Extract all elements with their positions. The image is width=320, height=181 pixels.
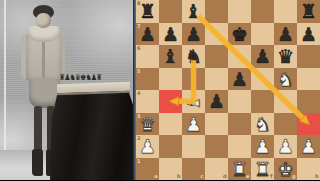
square-a4[interactable]: 4 <box>136 90 159 113</box>
boy-left-stocking <box>34 106 42 151</box>
coord-rank-2: 2 <box>137 136 140 141</box>
black-rook[interactable]: ♜ <box>300 0 317 22</box>
white-pawn[interactable]: ♟ <box>139 135 156 157</box>
square-f7[interactable] <box>251 23 274 46</box>
black-king[interactable]: ♚ <box>231 23 248 45</box>
square-d6[interactable] <box>205 45 228 68</box>
square-d5[interactable] <box>205 68 228 91</box>
square-g8[interactable] <box>274 0 297 23</box>
coord-rank-4: 4 <box>137 91 140 96</box>
square-g2[interactable]: ♟ <box>274 135 297 158</box>
square-d8[interactable] <box>205 0 228 23</box>
table-cloth-drape <box>50 88 136 180</box>
square-a1[interactable]: 1a <box>136 158 159 181</box>
square-g5[interactable]: ♞ <box>274 68 297 91</box>
black-bishop[interactable]: ♝ <box>162 45 179 67</box>
square-a7[interactable]: 7♟ <box>136 23 159 46</box>
black-queen[interactable]: ♛ <box>277 45 294 67</box>
square-e6[interactable] <box>228 45 251 68</box>
vintage-photo-panel: ♜♟♞♛♚♞♟♜ <box>0 0 136 180</box>
coord-rank-5: 5 <box>137 69 140 74</box>
square-a5[interactable]: 5 <box>136 68 159 91</box>
square-b3[interactable] <box>159 113 182 136</box>
square-c6[interactable]: ♞ <box>182 45 205 68</box>
square-b8[interactable] <box>159 0 182 23</box>
white-pawn[interactable]: ♟ <box>254 135 271 157</box>
black-pawn[interactable]: ♟ <box>208 90 225 112</box>
coord-rank-1: 1 <box>137 159 140 164</box>
square-d4[interactable]: ♟ <box>205 90 228 113</box>
square-b2[interactable] <box>159 135 182 158</box>
coord-file-f: f <box>270 174 272 179</box>
black-pawn[interactable]: ♟ <box>300 23 317 45</box>
square-h3[interactable] <box>297 113 320 136</box>
square-b5[interactable] <box>159 68 182 91</box>
square-d1[interactable]: d <box>205 158 228 181</box>
square-e5[interactable]: ♟ <box>228 68 251 91</box>
black-pawn[interactable]: ♟ <box>162 23 179 45</box>
square-e2[interactable] <box>228 135 251 158</box>
square-a8[interactable]: 8♜ <box>136 0 159 23</box>
square-a3[interactable]: 3♛ <box>136 113 159 136</box>
coord-file-a: a <box>154 174 157 179</box>
coord-rank-3: 3 <box>137 114 140 119</box>
black-pawn[interactable]: ♟ <box>139 23 156 45</box>
square-h6[interactable] <box>297 45 320 68</box>
square-g6[interactable]: ♛ <box>274 45 297 68</box>
square-g4[interactable] <box>274 90 297 113</box>
square-f3[interactable]: ♞ <box>251 113 274 136</box>
square-e1[interactable]: e♜ <box>228 158 251 181</box>
boy-face <box>36 13 51 28</box>
coord-file-c: c <box>201 174 204 179</box>
square-f4[interactable] <box>251 90 274 113</box>
black-pawn[interactable]: ♟ <box>231 68 248 90</box>
boy-sailor-collar <box>27 26 60 42</box>
white-pawn[interactable]: ♟ <box>277 135 294 157</box>
boy-left-boot <box>32 149 43 176</box>
square-e8[interactable] <box>228 0 251 23</box>
square-h7[interactable]: ♟ <box>297 23 320 46</box>
square-d3[interactable] <box>205 113 228 136</box>
square-g3[interactable] <box>274 113 297 136</box>
square-g7[interactable]: ♟ <box>274 23 297 46</box>
square-f8[interactable] <box>251 0 274 23</box>
thumbnail: ♜♟♞♛♚♞♟♜ 8♜♝♜7♟♟♟♚♟♟6♝♞♟♛5♟♞4♝♟3♛♟♞2♟♟♟♟… <box>0 0 320 180</box>
coord-file-e: e <box>246 174 249 179</box>
square-e4[interactable] <box>228 90 251 113</box>
square-h1[interactable]: h <box>297 158 320 181</box>
coord-rank-7: 7 <box>137 24 140 29</box>
black-bishop[interactable]: ♝ <box>185 0 202 22</box>
white-pawn[interactable]: ♟ <box>185 113 202 135</box>
square-c5[interactable] <box>182 68 205 91</box>
square-c1[interactable]: c <box>182 158 205 181</box>
square-e7[interactable]: ♚ <box>228 23 251 46</box>
square-a6[interactable]: 6 <box>136 45 159 68</box>
coord-file-b: b <box>177 174 181 179</box>
square-c8[interactable]: ♝ <box>182 0 205 23</box>
square-c4[interactable]: ♝ <box>182 90 205 113</box>
square-b4[interactable] <box>159 90 182 113</box>
square-h8[interactable]: ♜ <box>297 0 320 23</box>
square-c7[interactable]: ♟ <box>182 23 205 46</box>
coord-file-g: g <box>292 174 296 179</box>
black-pawn[interactable]: ♟ <box>254 45 271 67</box>
coord-rank-6: 6 <box>137 46 140 51</box>
square-e3[interactable] <box>228 113 251 136</box>
square-b7[interactable]: ♟ <box>159 23 182 46</box>
white-pawn[interactable]: ♟ <box>300 135 317 157</box>
square-f1[interactable]: f♜ <box>251 158 274 181</box>
square-f5[interactable] <box>251 68 274 91</box>
square-b6[interactable]: ♝ <box>159 45 182 68</box>
white-bishop-fallen[interactable]: ♝ <box>182 96 204 111</box>
square-h2[interactable]: ♟ <box>297 135 320 158</box>
square-g1[interactable]: g♚ <box>274 158 297 181</box>
square-c2[interactable] <box>182 135 205 158</box>
square-a2[interactable]: 2♟ <box>136 135 159 158</box>
square-h5[interactable] <box>297 68 320 91</box>
coord-file-h: h <box>315 174 319 179</box>
white-knight[interactable]: ♞ <box>277 68 294 90</box>
black-rook[interactable]: ♜ <box>139 0 156 22</box>
coord-file-d: d <box>223 174 227 179</box>
coord-rank-8: 8 <box>137 1 140 6</box>
square-b1[interactable]: b <box>159 158 182 181</box>
black-knight[interactable]: ♞ <box>185 45 202 67</box>
black-pawn[interactable]: ♟ <box>185 23 202 45</box>
square-h4[interactable] <box>297 90 320 113</box>
square-f6[interactable]: ♟ <box>251 45 274 68</box>
white-knight[interactable]: ♞ <box>254 113 271 135</box>
square-d7[interactable] <box>205 23 228 46</box>
chess-board[interactable]: 8♜♝♜7♟♟♟♚♟♟6♝♞♟♛5♟♞4♝♟3♛♟♞2♟♟♟♟1abcde♜f♜… <box>136 0 320 180</box>
square-d2[interactable] <box>205 135 228 158</box>
table-chess-pieces: ♜♟♞♛♚♞♟♜ <box>59 73 133 83</box>
white-rook[interactable]: ♜ <box>254 158 271 180</box>
black-pawn[interactable]: ♟ <box>277 23 294 45</box>
photo-board-divider <box>133 0 136 180</box>
square-c3[interactable]: ♟ <box>182 113 205 136</box>
white-queen[interactable]: ♛ <box>139 113 156 135</box>
square-f2[interactable]: ♟ <box>251 135 274 158</box>
